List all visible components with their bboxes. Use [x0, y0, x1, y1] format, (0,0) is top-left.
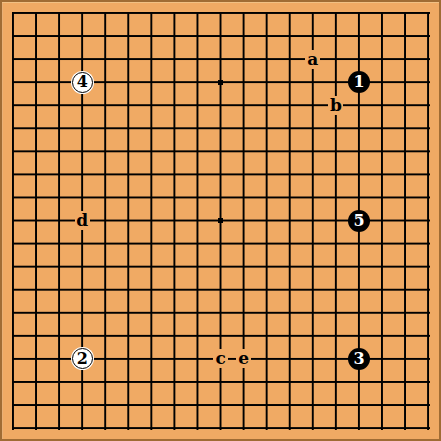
intersection[interactable] [186, 117, 209, 140]
intersection[interactable] [417, 140, 440, 163]
intersection[interactable] [232, 2, 255, 25]
intersection[interactable] [2, 140, 25, 163]
intersection[interactable] [394, 25, 417, 48]
intersection[interactable] [371, 301, 394, 324]
intersection[interactable] [278, 186, 301, 209]
intersection[interactable] [324, 209, 347, 232]
intersection[interactable] [394, 209, 417, 232]
intersection[interactable] [2, 394, 25, 417]
intersection[interactable] [163, 71, 186, 94]
intersection[interactable] [255, 417, 278, 440]
intersection[interactable] [371, 163, 394, 186]
intersection[interactable] [117, 25, 140, 48]
intersection[interactable] [94, 71, 117, 94]
intersection[interactable] [25, 48, 48, 71]
intersection[interactable] [117, 347, 140, 370]
intersection[interactable] [347, 48, 370, 71]
intersection[interactable] [209, 25, 232, 48]
intersection[interactable] [232, 255, 255, 278]
intersection[interactable] [255, 163, 278, 186]
intersection[interactable] [347, 2, 370, 25]
intersection[interactable] [163, 94, 186, 117]
intersection[interactable] [301, 94, 324, 117]
intersection[interactable] [71, 94, 94, 117]
intersection[interactable] [324, 278, 347, 301]
intersection[interactable] [255, 371, 278, 394]
intersection[interactable] [232, 232, 255, 255]
intersection[interactable] [394, 278, 417, 301]
intersection[interactable] [94, 140, 117, 163]
intersection[interactable] [94, 163, 117, 186]
intersection[interactable] [117, 140, 140, 163]
intersection[interactable] [163, 347, 186, 370]
intersection[interactable] [371, 140, 394, 163]
intersection[interactable] [163, 140, 186, 163]
intersection[interactable] [278, 48, 301, 71]
intersection[interactable] [371, 71, 394, 94]
intersection[interactable] [209, 301, 232, 324]
intersection[interactable] [347, 255, 370, 278]
intersection[interactable] [209, 94, 232, 117]
intersection[interactable] [25, 278, 48, 301]
intersection[interactable] [140, 2, 163, 25]
intersection[interactable] [278, 394, 301, 417]
intersection[interactable] [347, 163, 370, 186]
intersection[interactable] [417, 255, 440, 278]
intersection[interactable] [324, 163, 347, 186]
intersection[interactable] [209, 371, 232, 394]
stone-3[interactable]: 3 [348, 348, 370, 370]
intersection[interactable] [255, 71, 278, 94]
intersection[interactable] [232, 371, 255, 394]
intersection[interactable] [394, 417, 417, 440]
intersection[interactable]: d [71, 209, 94, 232]
intersection[interactable] [186, 255, 209, 278]
intersection[interactable] [48, 278, 71, 301]
intersection[interactable] [186, 48, 209, 71]
intersection[interactable] [94, 25, 117, 48]
intersection[interactable] [25, 255, 48, 278]
intersection[interactable] [117, 278, 140, 301]
intersection[interactable] [2, 71, 25, 94]
intersection[interactable]: 4 [71, 71, 94, 94]
intersection[interactable] [255, 209, 278, 232]
intersection[interactable] [117, 417, 140, 440]
intersection[interactable] [94, 186, 117, 209]
intersection[interactable] [71, 48, 94, 71]
intersection[interactable] [394, 2, 417, 25]
intersection[interactable] [48, 255, 71, 278]
intersection[interactable] [2, 163, 25, 186]
intersection[interactable] [209, 117, 232, 140]
intersection[interactable] [25, 94, 48, 117]
intersection[interactable] [301, 301, 324, 324]
intersection[interactable] [301, 163, 324, 186]
intersection[interactable] [117, 94, 140, 117]
intersection[interactable] [232, 301, 255, 324]
intersection[interactable] [48, 48, 71, 71]
intersection[interactable] [278, 94, 301, 117]
intersection[interactable] [278, 117, 301, 140]
intersection[interactable] [163, 209, 186, 232]
intersection[interactable] [347, 140, 370, 163]
intersection[interactable] [347, 25, 370, 48]
intersection[interactable] [25, 2, 48, 25]
intersection[interactable] [417, 394, 440, 417]
intersection[interactable] [163, 117, 186, 140]
intersection[interactable] [301, 347, 324, 370]
intersection[interactable] [255, 232, 278, 255]
intersection[interactable] [324, 347, 347, 370]
intersection[interactable] [255, 48, 278, 71]
intersection[interactable] [371, 417, 394, 440]
intersection[interactable] [394, 255, 417, 278]
intersection[interactable] [371, 48, 394, 71]
intersection[interactable] [301, 394, 324, 417]
intersection[interactable] [140, 278, 163, 301]
intersection[interactable] [347, 117, 370, 140]
intersection[interactable] [48, 417, 71, 440]
intersection[interactable] [347, 278, 370, 301]
intersection[interactable] [324, 2, 347, 25]
intersection[interactable] [278, 255, 301, 278]
intersection[interactable] [140, 417, 163, 440]
intersection[interactable] [163, 186, 186, 209]
intersection[interactable] [186, 25, 209, 48]
intersection[interactable] [394, 48, 417, 71]
intersection[interactable] [255, 301, 278, 324]
intersection[interactable] [324, 186, 347, 209]
intersection[interactable] [71, 163, 94, 186]
intersection[interactable] [324, 255, 347, 278]
intersection[interactable] [94, 232, 117, 255]
intersection[interactable] [371, 232, 394, 255]
intersection[interactable] [209, 324, 232, 347]
intersection[interactable] [394, 71, 417, 94]
intersection[interactable] [232, 163, 255, 186]
intersection[interactable] [71, 2, 94, 25]
intersection[interactable] [71, 140, 94, 163]
intersection[interactable] [417, 163, 440, 186]
intersection[interactable] [347, 417, 370, 440]
intersection[interactable] [163, 48, 186, 71]
intersection[interactable] [71, 117, 94, 140]
intersection[interactable] [140, 232, 163, 255]
intersection[interactable] [71, 301, 94, 324]
intersection[interactable]: b [324, 94, 347, 117]
intersection[interactable] [48, 2, 71, 25]
intersection[interactable] [417, 347, 440, 370]
intersection[interactable] [417, 94, 440, 117]
intersection[interactable] [140, 209, 163, 232]
intersection[interactable] [301, 417, 324, 440]
intersection[interactable] [324, 371, 347, 394]
intersection[interactable] [48, 140, 71, 163]
intersection[interactable] [209, 186, 232, 209]
intersection[interactable] [278, 324, 301, 347]
intersection[interactable] [301, 278, 324, 301]
intersection[interactable] [2, 278, 25, 301]
intersection[interactable] [301, 71, 324, 94]
intersection[interactable] [301, 186, 324, 209]
intersection[interactable] [324, 71, 347, 94]
intersection[interactable] [278, 347, 301, 370]
intersection[interactable] [140, 347, 163, 370]
intersection[interactable] [255, 186, 278, 209]
intersection[interactable] [232, 94, 255, 117]
intersection[interactable] [347, 232, 370, 255]
intersection[interactable] [301, 140, 324, 163]
intersection[interactable] [117, 2, 140, 25]
intersection[interactable] [186, 163, 209, 186]
intersection[interactable] [163, 163, 186, 186]
intersection[interactable] [94, 94, 117, 117]
intersection[interactable] [186, 278, 209, 301]
intersection[interactable] [417, 117, 440, 140]
intersection[interactable] [140, 255, 163, 278]
intersection[interactable] [278, 71, 301, 94]
intersection[interactable] [301, 2, 324, 25]
intersection[interactable] [394, 371, 417, 394]
intersection[interactable] [255, 278, 278, 301]
intersection[interactable] [394, 394, 417, 417]
intersection[interactable] [71, 394, 94, 417]
intersection[interactable] [163, 324, 186, 347]
intersection[interactable] [2, 209, 25, 232]
intersection[interactable] [117, 163, 140, 186]
intersection[interactable] [371, 371, 394, 394]
intersection[interactable] [232, 186, 255, 209]
intersection[interactable] [163, 371, 186, 394]
intersection[interactable] [186, 347, 209, 370]
intersection[interactable] [209, 278, 232, 301]
intersection[interactable] [163, 394, 186, 417]
intersection[interactable] [255, 117, 278, 140]
intersection[interactable]: c [209, 347, 232, 370]
intersection[interactable] [25, 347, 48, 370]
intersection[interactable] [48, 394, 71, 417]
intersection[interactable] [163, 232, 186, 255]
intersection[interactable] [371, 278, 394, 301]
intersection[interactable] [324, 48, 347, 71]
intersection[interactable] [301, 25, 324, 48]
intersection[interactable] [324, 117, 347, 140]
intersection[interactable] [25, 117, 48, 140]
intersection[interactable] [2, 301, 25, 324]
intersection[interactable] [232, 209, 255, 232]
intersection[interactable] [255, 324, 278, 347]
intersection[interactable] [417, 371, 440, 394]
intersection[interactable] [278, 371, 301, 394]
intersection[interactable] [186, 140, 209, 163]
intersection[interactable] [186, 209, 209, 232]
intersection[interactable] [140, 371, 163, 394]
intersection[interactable] [394, 163, 417, 186]
intersection[interactable] [232, 324, 255, 347]
intersection[interactable] [186, 301, 209, 324]
intersection[interactable] [163, 255, 186, 278]
intersection[interactable] [94, 278, 117, 301]
intersection[interactable] [371, 209, 394, 232]
intersection[interactable] [232, 25, 255, 48]
intersection[interactable] [117, 117, 140, 140]
intersection[interactable] [255, 2, 278, 25]
intersection[interactable] [417, 301, 440, 324]
intersection[interactable] [140, 301, 163, 324]
stone-4[interactable]: 4 [72, 72, 93, 93]
intersection[interactable] [255, 25, 278, 48]
intersection[interactable] [140, 140, 163, 163]
intersection[interactable] [347, 394, 370, 417]
intersection[interactable] [394, 117, 417, 140]
intersection[interactable] [186, 394, 209, 417]
intersection[interactable] [394, 140, 417, 163]
intersection[interactable] [394, 94, 417, 117]
intersection[interactable] [117, 186, 140, 209]
intersection[interactable] [94, 117, 117, 140]
intersection[interactable] [209, 140, 232, 163]
intersection[interactable] [278, 2, 301, 25]
intersection[interactable] [371, 2, 394, 25]
intersection[interactable] [71, 255, 94, 278]
intersection[interactable] [209, 255, 232, 278]
intersection[interactable]: 2 [71, 347, 94, 370]
intersection[interactable] [94, 371, 117, 394]
intersection[interactable] [25, 301, 48, 324]
intersection[interactable] [347, 301, 370, 324]
intersection[interactable] [25, 71, 48, 94]
intersection[interactable] [255, 140, 278, 163]
intersection[interactable] [186, 186, 209, 209]
intersection[interactable] [209, 209, 232, 232]
intersection[interactable] [232, 417, 255, 440]
intersection[interactable] [417, 232, 440, 255]
intersection[interactable] [209, 232, 232, 255]
intersection[interactable] [255, 394, 278, 417]
intersection[interactable] [324, 324, 347, 347]
intersection[interactable] [94, 324, 117, 347]
intersection[interactable] [2, 117, 25, 140]
intersection[interactable] [25, 209, 48, 232]
intersection[interactable] [48, 232, 71, 255]
intersection[interactable] [394, 301, 417, 324]
intersection[interactable] [301, 255, 324, 278]
intersection[interactable] [25, 186, 48, 209]
intersection[interactable] [417, 324, 440, 347]
intersection[interactable] [94, 209, 117, 232]
intersection[interactable] [25, 140, 48, 163]
intersection[interactable] [417, 209, 440, 232]
intersection[interactable] [301, 117, 324, 140]
intersection[interactable] [278, 417, 301, 440]
intersection[interactable] [94, 255, 117, 278]
intersection[interactable] [301, 371, 324, 394]
intersection[interactable] [71, 417, 94, 440]
intersection[interactable] [163, 2, 186, 25]
intersection[interactable] [186, 71, 209, 94]
intersection[interactable] [255, 347, 278, 370]
intersection[interactable] [140, 394, 163, 417]
intersection[interactable] [371, 186, 394, 209]
intersection[interactable] [417, 417, 440, 440]
intersection[interactable] [394, 324, 417, 347]
intersection[interactable] [371, 25, 394, 48]
intersection[interactable] [417, 2, 440, 25]
intersection[interactable] [301, 232, 324, 255]
intersection[interactable] [255, 94, 278, 117]
intersection[interactable] [371, 94, 394, 117]
intersection[interactable] [371, 324, 394, 347]
intersection[interactable] [94, 48, 117, 71]
intersection[interactable] [347, 186, 370, 209]
intersection[interactable] [417, 48, 440, 71]
intersection[interactable] [140, 324, 163, 347]
intersection[interactable] [140, 25, 163, 48]
intersection[interactable] [301, 324, 324, 347]
intersection[interactable] [140, 117, 163, 140]
intersection[interactable] [232, 71, 255, 94]
intersection[interactable] [2, 2, 25, 25]
intersection[interactable] [347, 94, 370, 117]
intersection[interactable] [163, 25, 186, 48]
intersection[interactable] [324, 140, 347, 163]
intersection[interactable] [2, 347, 25, 370]
intersection[interactable] [2, 94, 25, 117]
intersection[interactable] [2, 232, 25, 255]
intersection[interactable] [371, 347, 394, 370]
intersection[interactable] [232, 117, 255, 140]
intersection[interactable] [117, 71, 140, 94]
intersection[interactable]: 5 [347, 209, 370, 232]
intersection[interactable] [94, 347, 117, 370]
intersection[interactable] [394, 186, 417, 209]
intersection[interactable] [94, 394, 117, 417]
intersection[interactable] [25, 324, 48, 347]
intersection[interactable] [117, 371, 140, 394]
intersection[interactable] [163, 278, 186, 301]
intersection[interactable] [71, 25, 94, 48]
intersection[interactable] [48, 186, 71, 209]
intersection[interactable] [255, 255, 278, 278]
intersection[interactable] [209, 71, 232, 94]
intersection[interactable] [71, 371, 94, 394]
intersection[interactable] [301, 209, 324, 232]
intersection[interactable] [278, 301, 301, 324]
intersection[interactable] [2, 25, 25, 48]
intersection[interactable] [209, 417, 232, 440]
intersection[interactable] [371, 117, 394, 140]
intersection[interactable] [324, 232, 347, 255]
stone-1[interactable]: 1 [348, 71, 370, 93]
intersection[interactable] [48, 25, 71, 48]
intersection[interactable] [117, 209, 140, 232]
intersection[interactable] [48, 347, 71, 370]
intersection[interactable] [417, 25, 440, 48]
intersection[interactable] [25, 394, 48, 417]
intersection[interactable] [140, 163, 163, 186]
intersection[interactable] [417, 278, 440, 301]
intersection[interactable] [117, 232, 140, 255]
intersection[interactable] [2, 417, 25, 440]
intersection[interactable] [394, 347, 417, 370]
intersection[interactable] [94, 2, 117, 25]
intersection[interactable] [186, 417, 209, 440]
intersection[interactable] [2, 255, 25, 278]
intersection[interactable] [278, 25, 301, 48]
intersection[interactable] [186, 371, 209, 394]
intersection[interactable] [186, 94, 209, 117]
intersection[interactable] [117, 255, 140, 278]
